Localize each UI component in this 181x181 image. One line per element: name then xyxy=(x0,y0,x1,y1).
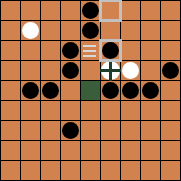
cell-r9c6[interactable] xyxy=(101,161,120,180)
cell-r6c6[interactable] xyxy=(101,101,120,120)
cell-r8c8[interactable] xyxy=(141,141,160,160)
black-stone xyxy=(102,42,119,59)
cell-r6c1[interactable] xyxy=(1,101,20,120)
cell-r5c8[interactable] xyxy=(141,81,160,100)
cell-r7c2[interactable] xyxy=(21,121,40,140)
cell-r4c6[interactable] xyxy=(101,61,120,80)
cell-r8c6[interactable] xyxy=(101,141,120,160)
cell-r3c1[interactable] xyxy=(1,41,20,60)
cell-r4c9[interactable] xyxy=(161,61,180,80)
cell-r1c9[interactable] xyxy=(161,1,180,20)
cell-r1c1[interactable] xyxy=(1,1,20,20)
bar xyxy=(83,55,96,57)
cell-r6c4[interactable] xyxy=(61,101,80,120)
black-stone xyxy=(82,22,99,39)
cell-r2c5[interactable] xyxy=(81,21,100,40)
white-stone xyxy=(122,62,139,79)
cell-r7c1[interactable] xyxy=(1,121,20,140)
cell-r2c9[interactable] xyxy=(161,21,180,40)
white-crossed-piece xyxy=(101,61,120,80)
cell-r2c3[interactable] xyxy=(41,21,60,40)
cell-r1c6[interactable] xyxy=(101,1,120,20)
cell-r4c3[interactable] xyxy=(41,61,60,80)
cell-r9c3[interactable] xyxy=(41,161,60,180)
black-stone xyxy=(62,122,79,139)
cell-r4c2[interactable] xyxy=(21,61,40,80)
cell-r8c5[interactable] xyxy=(81,141,100,160)
cell-r1c5[interactable] xyxy=(81,1,100,20)
black-stone xyxy=(42,82,59,99)
cell-r6c8[interactable] xyxy=(141,101,160,120)
cell-r4c7[interactable] xyxy=(121,61,140,80)
cell-r3c3[interactable] xyxy=(41,41,60,60)
bar xyxy=(83,45,96,47)
cell-r7c7[interactable] xyxy=(121,121,140,140)
green-square-marker xyxy=(81,81,100,100)
cell-r9c1[interactable] xyxy=(1,161,20,180)
cell-r5c6[interactable] xyxy=(101,81,120,100)
cell-r1c4[interactable] xyxy=(61,1,80,20)
cell-r3c4[interactable] xyxy=(61,41,80,60)
cell-r3c6[interactable] xyxy=(101,41,120,60)
cell-r3c9[interactable] xyxy=(161,41,180,60)
cell-r4c4[interactable] xyxy=(61,61,80,80)
cell-r5c1[interactable] xyxy=(1,81,20,100)
cell-r9c7[interactable] xyxy=(121,161,140,180)
game-board xyxy=(0,0,181,181)
cell-r7c8[interactable] xyxy=(141,121,160,140)
cell-r8c7[interactable] xyxy=(121,141,140,160)
cell-r9c8[interactable] xyxy=(141,161,160,180)
cell-r8c3[interactable] xyxy=(41,141,60,160)
cell-r5c5[interactable] xyxy=(81,81,100,100)
cell-r9c9[interactable] xyxy=(161,161,180,180)
cell-r2c1[interactable] xyxy=(1,21,20,40)
cell-r8c2[interactable] xyxy=(21,141,40,160)
cell-r1c3[interactable] xyxy=(41,1,60,20)
cell-r1c8[interactable] xyxy=(141,1,160,20)
black-stone xyxy=(82,2,99,19)
cell-r4c5[interactable] xyxy=(81,61,100,80)
cell-r5c3[interactable] xyxy=(41,81,60,100)
cell-r7c3[interactable] xyxy=(41,121,60,140)
cell-r7c5[interactable] xyxy=(81,121,100,140)
cell-r5c9[interactable] xyxy=(161,81,180,100)
cell-r2c6[interactable] xyxy=(101,21,120,40)
black-stone xyxy=(22,82,39,99)
black-stone xyxy=(162,62,179,79)
cell-r9c2[interactable] xyxy=(21,161,40,180)
bar xyxy=(83,50,96,52)
cell-r7c6[interactable] xyxy=(101,121,120,140)
cell-r3c7[interactable] xyxy=(121,41,140,60)
cell-r2c7[interactable] xyxy=(121,21,140,40)
cell-r8c1[interactable] xyxy=(1,141,20,160)
cell-r6c3[interactable] xyxy=(41,101,60,120)
cell-r9c5[interactable] xyxy=(81,161,100,180)
cell-r3c8[interactable] xyxy=(141,41,160,60)
cell-r8c9[interactable] xyxy=(161,141,180,160)
black-stone xyxy=(102,82,119,99)
cell-r8c4[interactable] xyxy=(61,141,80,160)
cell-r1c2[interactable] xyxy=(21,1,40,20)
cell-r7c9[interactable] xyxy=(161,121,180,140)
cell-r2c4[interactable] xyxy=(61,21,80,40)
cell-r5c4[interactable] xyxy=(61,81,80,100)
cell-r4c1[interactable] xyxy=(1,61,20,80)
cell-r1c7[interactable] xyxy=(121,1,140,20)
cell-r3c5[interactable] xyxy=(81,41,100,60)
cell-r6c9[interactable] xyxy=(161,101,180,120)
black-stone xyxy=(122,82,139,99)
triple-bar-icon xyxy=(83,45,96,57)
cell-r2c8[interactable] xyxy=(141,21,160,40)
black-stone xyxy=(62,62,79,79)
white-stone xyxy=(22,22,39,39)
cell-r9c4[interactable] xyxy=(61,161,80,180)
cell-r4c8[interactable] xyxy=(141,61,160,80)
cell-r6c5[interactable] xyxy=(81,101,100,120)
cell-r5c7[interactable] xyxy=(121,81,140,100)
black-stone xyxy=(142,82,159,99)
cell-r6c2[interactable] xyxy=(21,101,40,120)
cell-r7c4[interactable] xyxy=(61,121,80,140)
cell-r2c2[interactable] xyxy=(21,21,40,40)
cross-horizontal-bar xyxy=(100,69,121,72)
cell-r5c2[interactable] xyxy=(21,81,40,100)
cell-r3c2[interactable] xyxy=(21,41,40,60)
black-stone xyxy=(62,42,79,59)
selection-highlight xyxy=(99,0,122,22)
cell-r6c7[interactable] xyxy=(121,101,140,120)
